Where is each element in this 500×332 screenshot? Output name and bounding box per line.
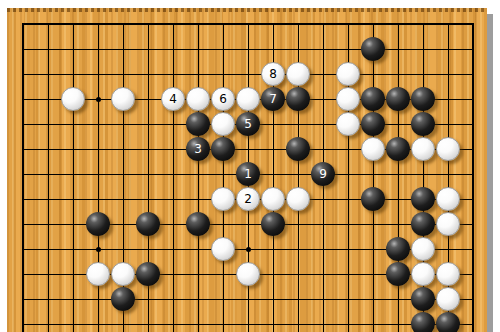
black-stone[interactable]	[411, 87, 435, 111]
white-stone[interactable]	[436, 187, 460, 211]
black-stone[interactable]	[436, 312, 460, 332]
black-stone[interactable]	[86, 212, 110, 236]
white-stone[interactable]: 8	[261, 62, 285, 86]
black-stone[interactable]: 7	[261, 87, 285, 111]
white-stone[interactable]	[61, 87, 85, 111]
black-stone[interactable]: 5	[236, 112, 260, 136]
black-stone[interactable]	[411, 112, 435, 136]
black-stone[interactable]	[286, 87, 310, 111]
black-stone[interactable]	[386, 87, 410, 111]
white-stone[interactable]	[436, 287, 460, 311]
white-stone[interactable]	[236, 87, 260, 111]
move-number: 2	[244, 193, 252, 205]
white-stone[interactable]	[111, 262, 135, 286]
black-stone[interactable]	[411, 312, 435, 332]
white-stone[interactable]	[211, 237, 235, 261]
white-stone[interactable]	[211, 187, 235, 211]
grid-line-vertical	[198, 24, 199, 332]
hoshi-point	[96, 97, 101, 102]
move-number: 4	[169, 93, 177, 105]
black-stone[interactable]	[361, 37, 385, 61]
move-number: 6	[219, 93, 227, 105]
black-stone[interactable]	[136, 262, 160, 286]
white-stone[interactable]	[186, 87, 210, 111]
white-stone[interactable]	[336, 62, 360, 86]
black-stone[interactable]: 1	[236, 162, 260, 186]
white-stone[interactable]	[286, 187, 310, 211]
black-stone[interactable]	[186, 112, 210, 136]
black-stone[interactable]: 9	[311, 162, 335, 186]
grid-line-horizontal	[22, 23, 474, 25]
white-stone[interactable]	[261, 187, 285, 211]
hoshi-point	[246, 247, 251, 252]
grid-line-vertical	[73, 24, 74, 332]
white-stone[interactable]	[86, 262, 110, 286]
black-stone[interactable]	[361, 187, 385, 211]
move-number: 5	[244, 118, 252, 130]
white-stone[interactable]	[336, 112, 360, 136]
go-board[interactable]: 846753192	[7, 8, 487, 332]
move-number: 8	[269, 68, 277, 80]
black-stone[interactable]	[261, 212, 285, 236]
black-stone[interactable]	[186, 212, 210, 236]
white-stone[interactable]	[436, 137, 460, 161]
black-stone[interactable]	[386, 137, 410, 161]
grid-line-horizontal	[22, 299, 474, 300]
black-stone[interactable]	[111, 287, 135, 311]
white-stone[interactable]: 6	[211, 87, 235, 111]
black-stone[interactable]	[386, 237, 410, 261]
white-stone[interactable]	[286, 62, 310, 86]
move-number: 7	[269, 93, 277, 105]
move-number: 1	[244, 168, 252, 180]
white-stone[interactable]	[236, 262, 260, 286]
black-stone[interactable]	[211, 137, 235, 161]
white-stone[interactable]: 2	[236, 187, 260, 211]
grid-line-vertical	[223, 24, 224, 332]
white-stone[interactable]	[411, 237, 435, 261]
grid-line-horizontal	[22, 74, 474, 75]
grid-line-horizontal	[22, 324, 474, 325]
white-stone[interactable]	[336, 87, 360, 111]
move-number: 9	[319, 168, 327, 180]
black-stone[interactable]	[411, 212, 435, 236]
white-stone[interactable]	[361, 137, 385, 161]
white-stone[interactable]	[111, 87, 135, 111]
move-number: 3	[194, 143, 202, 155]
black-stone[interactable]	[361, 112, 385, 136]
white-stone[interactable]: 4	[161, 87, 185, 111]
grid-line-horizontal	[22, 49, 474, 50]
black-stone[interactable]: 3	[186, 137, 210, 161]
black-stone[interactable]	[361, 87, 385, 111]
white-stone[interactable]	[411, 262, 435, 286]
grid-line-vertical	[472, 24, 474, 332]
black-stone[interactable]	[411, 187, 435, 211]
hoshi-point	[96, 247, 101, 252]
black-stone[interactable]	[136, 212, 160, 236]
white-stone[interactable]	[211, 112, 235, 136]
grid-line-vertical	[173, 24, 174, 332]
board-shadow	[487, 14, 493, 332]
black-stone[interactable]	[386, 262, 410, 286]
white-stone[interactable]	[411, 137, 435, 161]
white-stone[interactable]	[436, 262, 460, 286]
black-stone[interactable]	[286, 137, 310, 161]
page: 846753192	[0, 0, 500, 332]
black-stone[interactable]	[411, 287, 435, 311]
grid-line-vertical	[48, 24, 49, 332]
grid-line-vertical	[373, 24, 374, 332]
grid-line-vertical	[22, 24, 24, 332]
white-stone[interactable]	[436, 212, 460, 236]
